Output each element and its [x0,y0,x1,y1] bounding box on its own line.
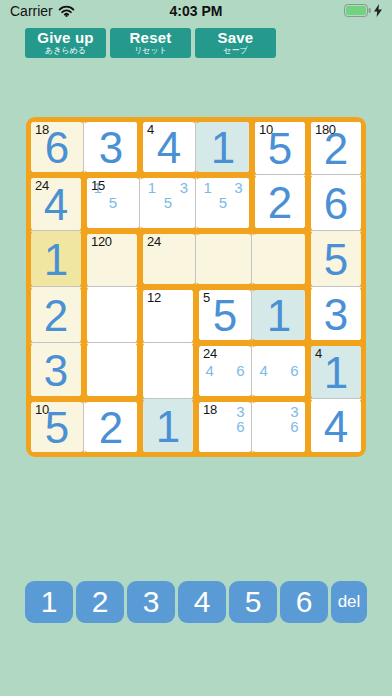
board-cell-r5c5[interactable]: 4 [308,399,364,455]
board-cell-r4c5[interactable]: 14 [308,343,364,399]
cage-clue: 24 [147,235,161,249]
board-cell-r2c0[interactable]: 1 [28,231,84,287]
puzzle-board: 6183441510218042415151351352611202452125… [26,117,366,457]
board-cell-r0c4[interactable]: 510 [252,119,308,175]
numpad-key-3[interactable]: 3 [127,581,175,623]
wifi-icon [58,5,75,17]
cell-candidates: 46 [256,348,302,392]
numpad-key-5[interactable]: 5 [229,581,277,623]
board-cell-r2c4[interactable] [252,231,308,287]
cell-value: 2 [255,176,305,228]
numpad-key-del[interactable]: del [331,581,367,623]
app-screen: Carrier 4:03 PM Give up あきらめる [0,0,392,696]
cell-value: 1 [253,290,305,340]
numpad-key-1[interactable]: 1 [25,581,73,623]
board-cell-r1c4[interactable]: 2 [252,175,308,231]
cell-value: 1 [197,122,249,172]
board-cell-r4c4[interactable]: 46 [252,343,308,399]
cell-candidates: 135 [144,180,192,224]
board-cell-r3c3[interactable]: 55 [196,287,252,343]
charging-bolt-icon [374,4,382,17]
cell-value: 6 [311,176,361,230]
save-label: Save [218,30,254,46]
board-cell-r1c0[interactable]: 424 [28,175,84,231]
board-cell-r0c2[interactable]: 44 [140,119,196,175]
cell-value: 3 [31,344,81,396]
cage-clue: 5 [203,291,210,305]
give-up-button[interactable]: Give up あきらめる [25,28,106,58]
reset-button[interactable]: Reset リセット [110,28,191,58]
board-cell-r3c4[interactable]: 1 [252,287,308,343]
number-pad: 123456del [25,581,367,623]
cage-clue: 12 [147,291,161,305]
reset-sublabel: リセット [134,46,167,56]
board-cell-r0c3[interactable]: 1 [196,119,252,175]
board-cell-r0c0[interactable]: 618 [28,119,84,175]
board-cell-r2c1[interactable]: 120 [84,231,140,287]
numpad-key-6[interactable]: 6 [280,581,328,623]
board-cell-r4c3[interactable]: 4624 [196,343,252,399]
cell-value: 1 [31,232,81,286]
cage-clue: 18 [203,403,217,417]
cage-clue: 18 [35,123,49,137]
battery-icon [344,4,371,17]
give-up-label: Give up [37,30,93,46]
board-cell-r1c3[interactable]: 135 [196,175,252,231]
cage-clue: 4 [315,347,322,361]
board-cell-r3c2[interactable]: 12 [140,287,196,343]
give-up-sublabel: あきらめる [45,46,86,56]
board-cell-r4c1[interactable] [84,343,140,399]
carrier-label: Carrier [10,3,53,19]
board-cell-r5c0[interactable]: 510 [28,399,84,455]
cage-clue: 4 [147,123,154,137]
cell-value: 5 [311,232,361,286]
numpad-key-2[interactable]: 2 [76,581,124,623]
cell-value: 4 [311,400,361,452]
board-cell-r1c5[interactable]: 6 [308,175,364,231]
cage-clue: 15 [91,179,105,193]
board-cell-r2c2[interactable]: 24 [140,231,196,287]
reset-label: Reset [130,30,172,46]
save-sublabel: セーブ [223,46,247,56]
cage-clue: 10 [259,123,273,137]
cell-value: 1 [143,400,193,452]
board-cell-r5c1[interactable]: 2 [84,399,140,455]
cell-candidates: 135 [200,180,246,224]
numpad-key-4[interactable]: 4 [178,581,226,623]
cage-clue: 24 [203,347,217,361]
board-cell-r1c2[interactable]: 135 [140,175,196,231]
save-button[interactable]: Save セーブ [195,28,276,58]
cage-clue: 120 [91,235,112,249]
board-cell-r2c5[interactable]: 5 [308,231,364,287]
cell-value: 3 [85,122,137,172]
status-bar: Carrier 4:03 PM [0,0,392,21]
cell-candidates: 36 [256,404,302,448]
toolbar: Give up あきらめる Reset リセット Save セーブ [25,28,276,58]
board-cell-r1c1[interactable]: 1515 [84,175,140,231]
cage-clue: 24 [35,179,49,193]
cage-clue: 10 [35,403,49,417]
cell-value: 2 [85,402,137,452]
board-cell-r3c1[interactable] [84,287,140,343]
board-cell-r3c0[interactable]: 2 [28,287,84,343]
clock: 4:03 PM [170,3,223,19]
board-cell-r3c5[interactable]: 3 [308,287,364,343]
board-cell-r5c2[interactable]: 1 [140,399,196,455]
board-cell-r5c3[interactable]: 3618 [196,399,252,455]
board-cell-r4c0[interactable]: 3 [28,343,84,399]
board-cell-r2c3[interactable] [196,231,252,287]
cage-clue: 180 [315,123,336,137]
board-cell-r4c2[interactable] [140,343,196,399]
cell-value: 2 [31,288,81,342]
board-cell-r0c1[interactable]: 3 [84,119,140,175]
cell-value: 3 [311,288,361,340]
board-cell-r0c5[interactable]: 2180 [308,119,364,175]
board-cell-r5c4[interactable]: 36 [252,399,308,455]
